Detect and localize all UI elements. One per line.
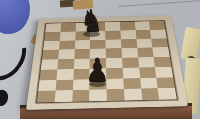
- floor-seam-line: [118, 0, 200, 7]
- square-f1[interactable]: [124, 89, 142, 101]
- square-e8[interactable]: [105, 22, 120, 31]
- square-b4[interactable]: [57, 59, 74, 69]
- square-h7[interactable]: [150, 29, 166, 38]
- square-c6[interactable]: [74, 40, 90, 50]
- square-b3[interactable]: [56, 69, 73, 80]
- square-g5[interactable]: [137, 48, 154, 58]
- square-h3[interactable]: [155, 67, 173, 78]
- square-g4[interactable]: [138, 57, 155, 67]
- black-knight-glyph: ♞: [80, 6, 102, 36]
- chessboard-photo: ♞♟: [0, 0, 200, 119]
- blue-object: [0, 0, 30, 34]
- black-pawn-glyph: ♟: [85, 54, 109, 86]
- square-e6[interactable]: [105, 39, 121, 48]
- square-g6[interactable]: [136, 38, 152, 47]
- square-h8[interactable]: [149, 21, 165, 30]
- square-a1[interactable]: [37, 91, 55, 103]
- square-h5[interactable]: [153, 47, 170, 57]
- square-g3[interactable]: [139, 67, 157, 78]
- black-knight[interactable]: ♞: [76, 6, 106, 36]
- square-f4[interactable]: [122, 57, 139, 67]
- square-f7[interactable]: [120, 30, 136, 39]
- square-f8[interactable]: [120, 22, 135, 31]
- square-b1[interactable]: [54, 90, 72, 102]
- square-h4[interactable]: [154, 57, 172, 67]
- square-c1[interactable]: [72, 90, 90, 102]
- square-a3[interactable]: [40, 69, 58, 80]
- black-pawn[interactable]: ♟: [82, 56, 112, 86]
- square-f2[interactable]: [123, 78, 141, 89]
- square-d1[interactable]: [89, 89, 106, 101]
- square-a4[interactable]: [41, 59, 58, 69]
- square-h1[interactable]: [158, 88, 177, 100]
- square-b6[interactable]: [59, 40, 75, 50]
- square-f5[interactable]: [121, 48, 138, 58]
- square-g2[interactable]: [140, 77, 158, 88]
- square-h6[interactable]: [151, 38, 168, 47]
- square-d6[interactable]: [90, 39, 106, 48]
- black-cable-tail: [0, 88, 10, 107]
- square-f3[interactable]: [122, 67, 139, 78]
- square-h2[interactable]: [156, 77, 175, 88]
- square-a2[interactable]: [38, 80, 56, 91]
- square-g8[interactable]: [134, 21, 150, 30]
- square-f6[interactable]: [121, 39, 137, 48]
- square-g7[interactable]: [135, 30, 151, 39]
- square-b5[interactable]: [58, 49, 74, 59]
- square-e7[interactable]: [105, 30, 120, 39]
- square-a7[interactable]: [44, 32, 60, 41]
- square-b2[interactable]: [55, 79, 73, 90]
- square-g1[interactable]: [141, 88, 160, 100]
- square-a8[interactable]: [45, 23, 61, 32]
- square-e1[interactable]: [107, 89, 125, 101]
- square-a5[interactable]: [42, 50, 59, 60]
- square-b7[interactable]: [60, 31, 76, 40]
- square-a6[interactable]: [43, 41, 59, 51]
